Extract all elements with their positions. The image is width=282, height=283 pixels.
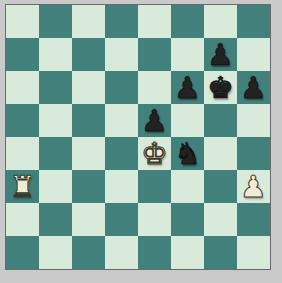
square-d4[interactable] bbox=[105, 137, 138, 170]
square-f3[interactable] bbox=[171, 170, 204, 203]
square-b4[interactable] bbox=[39, 137, 72, 170]
square-a6[interactable] bbox=[6, 71, 39, 104]
square-a1[interactable] bbox=[6, 236, 39, 269]
square-c1[interactable] bbox=[72, 236, 105, 269]
black-pawn[interactable]: ♟ bbox=[240, 71, 267, 104]
white-rook[interactable]: ♜ bbox=[9, 170, 36, 203]
square-h8[interactable] bbox=[237, 5, 270, 38]
square-d8[interactable] bbox=[105, 5, 138, 38]
square-e5[interactable]: ♟ bbox=[138, 104, 171, 137]
square-c4[interactable] bbox=[72, 137, 105, 170]
square-f8[interactable] bbox=[171, 5, 204, 38]
square-a7[interactable] bbox=[6, 38, 39, 71]
square-h5[interactable] bbox=[237, 104, 270, 137]
square-b8[interactable] bbox=[39, 5, 72, 38]
square-f4[interactable]: ♞ bbox=[171, 137, 204, 170]
square-e8[interactable] bbox=[138, 5, 171, 38]
square-f7[interactable] bbox=[171, 38, 204, 71]
square-h6[interactable]: ♟ bbox=[237, 71, 270, 104]
square-h3[interactable]: ♟ bbox=[237, 170, 270, 203]
square-c3[interactable] bbox=[72, 170, 105, 203]
square-e2[interactable] bbox=[138, 203, 171, 236]
square-d1[interactable] bbox=[105, 236, 138, 269]
square-e1[interactable] bbox=[138, 236, 171, 269]
chessboard: ♟♟♚♟♟♚♞♜♟ bbox=[6, 5, 270, 269]
square-b5[interactable] bbox=[39, 104, 72, 137]
square-f1[interactable] bbox=[171, 236, 204, 269]
white-king[interactable]: ♚ bbox=[141, 137, 168, 170]
square-c7[interactable] bbox=[72, 38, 105, 71]
square-g5[interactable] bbox=[204, 104, 237, 137]
black-king[interactable]: ♚ bbox=[207, 71, 234, 104]
square-h7[interactable] bbox=[237, 38, 270, 71]
black-pawn[interactable]: ♟ bbox=[141, 104, 168, 137]
square-a3[interactable]: ♜ bbox=[6, 170, 39, 203]
black-pawn[interactable]: ♟ bbox=[174, 71, 201, 104]
square-c6[interactable] bbox=[72, 71, 105, 104]
square-e3[interactable] bbox=[138, 170, 171, 203]
square-h2[interactable] bbox=[237, 203, 270, 236]
square-h1[interactable] bbox=[237, 236, 270, 269]
square-a2[interactable] bbox=[6, 203, 39, 236]
chessboard-frame: ♟♟♚♟♟♚♞♜♟ bbox=[5, 4, 271, 270]
square-g6[interactable]: ♚ bbox=[204, 71, 237, 104]
square-e4[interactable]: ♚ bbox=[138, 137, 171, 170]
square-d2[interactable] bbox=[105, 203, 138, 236]
square-d5[interactable] bbox=[105, 104, 138, 137]
square-b2[interactable] bbox=[39, 203, 72, 236]
desktop-background: { "game": "chess", "position": { "fen": … bbox=[0, 0, 282, 283]
square-c2[interactable] bbox=[72, 203, 105, 236]
square-a5[interactable] bbox=[6, 104, 39, 137]
black-pawn[interactable]: ♟ bbox=[207, 38, 234, 71]
black-knight[interactable]: ♞ bbox=[174, 137, 201, 170]
square-g3[interactable] bbox=[204, 170, 237, 203]
square-a4[interactable] bbox=[6, 137, 39, 170]
square-a8[interactable] bbox=[6, 5, 39, 38]
square-f5[interactable] bbox=[171, 104, 204, 137]
square-g8[interactable] bbox=[204, 5, 237, 38]
square-e7[interactable] bbox=[138, 38, 171, 71]
square-f6[interactable]: ♟ bbox=[171, 71, 204, 104]
square-g1[interactable] bbox=[204, 236, 237, 269]
square-f2[interactable] bbox=[171, 203, 204, 236]
square-g2[interactable] bbox=[204, 203, 237, 236]
square-b3[interactable] bbox=[39, 170, 72, 203]
square-b7[interactable] bbox=[39, 38, 72, 71]
square-d7[interactable] bbox=[105, 38, 138, 71]
square-e6[interactable] bbox=[138, 71, 171, 104]
square-d6[interactable] bbox=[105, 71, 138, 104]
square-b6[interactable] bbox=[39, 71, 72, 104]
square-c5[interactable] bbox=[72, 104, 105, 137]
square-b1[interactable] bbox=[39, 236, 72, 269]
white-pawn[interactable]: ♟ bbox=[240, 170, 267, 203]
square-g4[interactable] bbox=[204, 137, 237, 170]
square-c8[interactable] bbox=[72, 5, 105, 38]
square-d3[interactable] bbox=[105, 170, 138, 203]
square-g7[interactable]: ♟ bbox=[204, 38, 237, 71]
square-h4[interactable] bbox=[237, 137, 270, 170]
